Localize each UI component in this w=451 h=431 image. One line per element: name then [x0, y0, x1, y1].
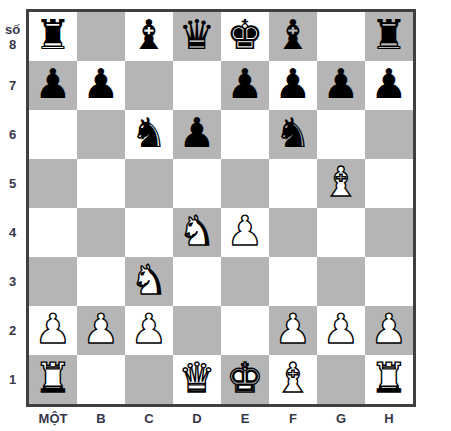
square-f8[interactable]: ♝: [269, 12, 317, 61]
black-pawn-g7[interactable]: ♟: [323, 64, 360, 105]
square-e6[interactable]: [221, 110, 269, 159]
square-b4[interactable]: [77, 208, 125, 257]
square-b6[interactable]: [77, 110, 125, 159]
square-g4[interactable]: [317, 208, 365, 257]
square-e1[interactable]: ♚: [221, 355, 269, 404]
square-h3[interactable]: [365, 257, 413, 306]
file-label-h: H: [365, 408, 413, 428]
black-pawn-f7[interactable]: ♟: [275, 64, 312, 105]
square-c8[interactable]: ♝: [125, 12, 173, 61]
black-king-e8[interactable]: ♚: [227, 15, 264, 56]
white-bishop-g5[interactable]: ♝: [323, 162, 360, 203]
square-e3[interactable]: [221, 257, 269, 306]
square-h7[interactable]: ♟: [365, 61, 413, 110]
square-g6[interactable]: [317, 110, 365, 159]
white-pawn-h2[interactable]: ♟: [371, 309, 408, 350]
black-pawn-e7[interactable]: ♟: [227, 64, 264, 105]
file-label-f: F: [269, 408, 317, 428]
square-e7[interactable]: ♟: [221, 61, 269, 110]
black-pawn-d6[interactable]: ♟: [179, 113, 216, 154]
square-a7[interactable]: ♟: [29, 61, 77, 110]
white-pawn-f2[interactable]: ♟: [275, 309, 312, 350]
black-rook-h8[interactable]: ♜: [371, 15, 408, 56]
square-c7[interactable]: [125, 61, 173, 110]
file-label-a: MỘT: [29, 408, 77, 428]
square-e5[interactable]: [221, 159, 269, 208]
file-label-g: G: [317, 408, 365, 428]
black-bishop-c8[interactable]: ♝: [131, 15, 168, 56]
black-pawn-a7[interactable]: ♟: [35, 64, 72, 105]
rank-label-1: 1: [0, 355, 25, 404]
square-c5[interactable]: [125, 159, 173, 208]
square-c4[interactable]: [125, 208, 173, 257]
square-g8[interactable]: [317, 12, 365, 61]
rank-label-4: 4: [0, 208, 25, 257]
square-a8[interactable]: ♜: [29, 12, 77, 61]
rank-label-7-line1: 7: [9, 78, 16, 93]
square-d3[interactable]: [173, 257, 221, 306]
chess-board: ♜♝♛♚♝♜♟♟♟♟♟♟♞♟♞♝♞♟♞♟♟♟♟♟♟♜♛♚♝♜: [26, 9, 416, 407]
white-pawn-e4[interactable]: ♟: [227, 211, 264, 252]
rank-label-3-line1: 3: [9, 274, 16, 289]
rank-label-8-line2: 8: [9, 37, 16, 52]
square-b5[interactable]: [77, 159, 125, 208]
square-d5[interactable]: [173, 159, 221, 208]
square-b2[interactable]: ♟: [77, 306, 125, 355]
rank-label-2-line1: 2: [9, 323, 16, 338]
black-knight-f6[interactable]: ♞: [275, 113, 312, 154]
square-d1[interactable]: ♛: [173, 355, 221, 404]
white-rook-h1[interactable]: ♜: [371, 358, 408, 399]
square-b7[interactable]: ♟: [77, 61, 125, 110]
file-label-b: B: [77, 408, 125, 428]
square-h2[interactable]: ♟: [365, 306, 413, 355]
square-a5[interactable]: [29, 159, 77, 208]
file-label-d: D: [173, 408, 221, 428]
square-d4[interactable]: ♞: [173, 208, 221, 257]
rank-label-6-line1: 6: [9, 127, 16, 142]
black-pawn-h7[interactable]: ♟: [371, 64, 408, 105]
square-e4[interactable]: ♟: [221, 208, 269, 257]
square-h8[interactable]: ♜: [365, 12, 413, 61]
square-f1[interactable]: ♝: [269, 355, 317, 404]
rank-label-8: số8: [0, 12, 25, 61]
white-knight-d4[interactable]: ♞: [179, 211, 216, 252]
square-a3[interactable]: [29, 257, 77, 306]
square-f4[interactable]: [269, 208, 317, 257]
rank-label-5-line1: 5: [9, 176, 16, 191]
black-knight-c6[interactable]: ♞: [131, 113, 168, 154]
square-f6[interactable]: ♞: [269, 110, 317, 159]
square-g3[interactable]: [317, 257, 365, 306]
square-d8[interactable]: ♛: [173, 12, 221, 61]
white-bishop-f1[interactable]: ♝: [275, 358, 312, 399]
square-a6[interactable]: [29, 110, 77, 159]
rank-label-1-line1: 1: [9, 372, 16, 387]
black-rook-a8[interactable]: ♜: [35, 15, 72, 56]
square-e2[interactable]: [221, 306, 269, 355]
square-f5[interactable]: [269, 159, 317, 208]
square-e8[interactable]: ♚: [221, 12, 269, 61]
rank-label-4-line1: 4: [9, 225, 16, 240]
rank-label-3: 3: [0, 257, 25, 306]
rank-label-6: 6: [0, 110, 25, 159]
rank-label-2: 2: [0, 306, 25, 355]
square-c1[interactable]: [125, 355, 173, 404]
white-pawn-c2[interactable]: ♟: [131, 309, 168, 350]
chess-diagram: số87654321 ♜♝♛♚♝♜♟♟♟♟♟♟♞♟♞♝♞♟♞♟♟♟♟♟♟♜♛♚♝…: [0, 0, 451, 431]
square-h6[interactable]: [365, 110, 413, 159]
white-king-e1[interactable]: ♚: [227, 358, 264, 399]
square-c3[interactable]: ♞: [125, 257, 173, 306]
rank-label-8-line1: số: [5, 22, 20, 37]
square-c2[interactable]: ♟: [125, 306, 173, 355]
square-h1[interactable]: ♜: [365, 355, 413, 404]
square-d6[interactable]: ♟: [173, 110, 221, 159]
rank-label-5: 5: [0, 159, 25, 208]
white-knight-c3[interactable]: ♞: [131, 260, 168, 301]
black-bishop-f8[interactable]: ♝: [275, 15, 312, 56]
square-h4[interactable]: [365, 208, 413, 257]
square-f3[interactable]: [269, 257, 317, 306]
square-c6[interactable]: ♞: [125, 110, 173, 159]
black-pawn-b7[interactable]: ♟: [83, 64, 120, 105]
square-f2[interactable]: ♟: [269, 306, 317, 355]
square-g2[interactable]: ♟: [317, 306, 365, 355]
square-b3[interactable]: [77, 257, 125, 306]
square-h5[interactable]: [365, 159, 413, 208]
file-labels: MỘTBCDEFGH: [29, 408, 413, 428]
rank-label-7: 7: [0, 61, 25, 110]
square-a2[interactable]: ♟: [29, 306, 77, 355]
square-a1[interactable]: ♜: [29, 355, 77, 404]
square-f7[interactable]: ♟: [269, 61, 317, 110]
white-pawn-a2[interactable]: ♟: [35, 309, 72, 350]
square-g5[interactable]: ♝: [317, 159, 365, 208]
square-g1[interactable]: [317, 355, 365, 404]
rank-labels: số87654321: [0, 12, 25, 404]
square-b1[interactable]: [77, 355, 125, 404]
white-pawn-b2[interactable]: ♟: [83, 309, 120, 350]
square-b8[interactable]: [77, 12, 125, 61]
square-d2[interactable]: [173, 306, 221, 355]
black-queen-d8[interactable]: ♛: [179, 15, 216, 56]
square-d7[interactable]: [173, 61, 221, 110]
square-a4[interactable]: [29, 208, 77, 257]
white-rook-a1[interactable]: ♜: [35, 358, 72, 399]
square-g7[interactable]: ♟: [317, 61, 365, 110]
file-label-c: C: [125, 408, 173, 428]
file-label-e: E: [221, 408, 269, 428]
white-pawn-g2[interactable]: ♟: [323, 309, 360, 350]
white-queen-d1[interactable]: ♛: [179, 358, 216, 399]
